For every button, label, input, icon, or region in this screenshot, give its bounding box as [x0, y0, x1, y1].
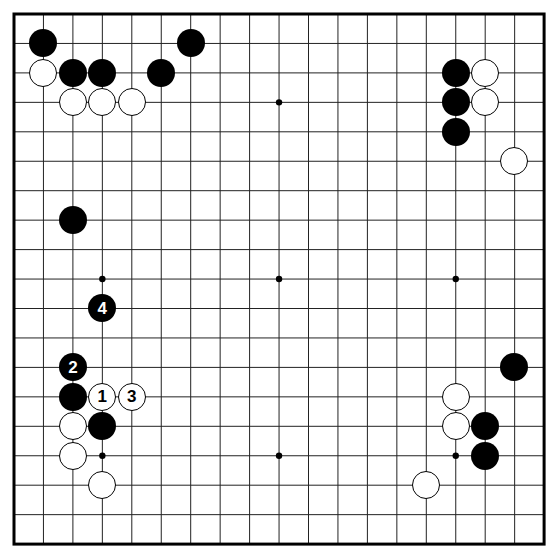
board-intersection — [146, 58, 175, 87]
black-stone — [59, 206, 87, 234]
white-stone — [88, 88, 116, 116]
white-stone — [412, 471, 440, 499]
board-intersection: 2 — [58, 353, 87, 382]
board-intersection — [58, 411, 87, 440]
black-stone — [442, 59, 470, 87]
board-intersection: 1 — [88, 382, 117, 411]
move-1-white-stone: 1 — [88, 383, 116, 411]
board-intersection — [58, 205, 87, 234]
board-intersection — [58, 441, 87, 470]
board-intersection — [441, 117, 470, 146]
board-intersection — [88, 470, 117, 499]
board-intersection — [88, 411, 117, 440]
black-stone — [471, 442, 499, 470]
board-intersection — [470, 88, 499, 117]
black-stone — [147, 59, 175, 87]
black-stone — [471, 412, 499, 440]
white-stone — [59, 442, 87, 470]
go-board: 4213 — [0, 0, 560, 560]
white-stone — [59, 88, 87, 116]
board-intersection — [88, 58, 117, 87]
white-stone — [471, 88, 499, 116]
board-intersection — [176, 29, 205, 58]
board-intersection: 3 — [117, 382, 146, 411]
move-3-white-stone: 3 — [118, 383, 146, 411]
black-stone — [59, 383, 87, 411]
move-number-label: 3 — [127, 388, 136, 405]
board-intersection — [441, 411, 470, 440]
black-stone — [29, 29, 57, 57]
board-intersection — [470, 441, 499, 470]
white-stone — [29, 59, 57, 87]
move-number-label: 4 — [98, 299, 107, 316]
black-stone — [88, 412, 116, 440]
move-number-label: 2 — [68, 358, 77, 375]
white-stone — [88, 471, 116, 499]
black-stone — [59, 59, 87, 87]
white-stone — [442, 383, 470, 411]
stone-layer: 4213 — [0, 0, 559, 559]
black-stone — [88, 59, 116, 87]
board-intersection — [500, 353, 529, 382]
white-stone — [118, 88, 146, 116]
white-stone — [500, 147, 528, 175]
board-intersection — [58, 382, 87, 411]
white-stone — [442, 412, 470, 440]
board-intersection — [29, 58, 58, 87]
board-intersection — [470, 411, 499, 440]
board-intersection — [29, 29, 58, 58]
board-intersection: 4 — [88, 294, 117, 323]
move-number-label: 1 — [98, 388, 107, 405]
black-stone — [500, 353, 528, 381]
move-4-black-stone: 4 — [88, 294, 116, 322]
board-intersection — [441, 58, 470, 87]
black-stone — [442, 88, 470, 116]
move-2-black-stone: 2 — [59, 353, 87, 381]
black-stone — [177, 29, 205, 57]
white-stone — [59, 412, 87, 440]
board-intersection — [441, 88, 470, 117]
board-intersection — [88, 88, 117, 117]
board-intersection — [411, 470, 440, 499]
board-intersection — [470, 58, 499, 87]
board-intersection — [500, 146, 529, 175]
board-intersection — [441, 382, 470, 411]
board-intersection — [58, 88, 87, 117]
black-stone — [442, 118, 470, 146]
board-intersection — [58, 58, 87, 87]
board-intersection — [117, 88, 146, 117]
white-stone — [471, 59, 499, 87]
